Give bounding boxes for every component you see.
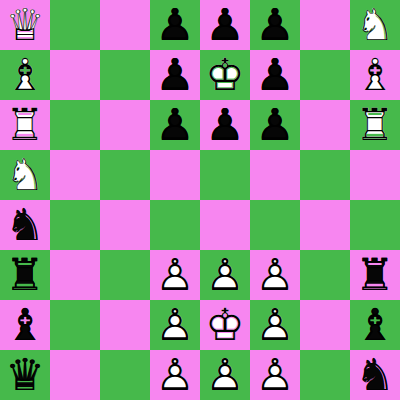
black-rook[interactable]: ♜♖ xyxy=(0,250,50,300)
piece-outline-glyph: ♙ xyxy=(250,300,300,350)
square-c5[interactable] xyxy=(100,150,150,200)
square-h4[interactable] xyxy=(350,200,400,250)
square-h8[interactable]: ♞♘ xyxy=(350,0,400,50)
white-pawn[interactable]: ♟♙ xyxy=(250,350,300,400)
square-h5[interactable] xyxy=(350,150,400,200)
square-d5[interactable] xyxy=(150,150,200,200)
square-f6[interactable]: ♟♙ xyxy=(250,100,300,150)
square-a7[interactable]: ♝♗ xyxy=(0,50,50,100)
square-b3[interactable] xyxy=(50,250,100,300)
square-c4[interactable] xyxy=(100,200,150,250)
black-pawn[interactable]: ♟♙ xyxy=(150,50,200,100)
square-f1[interactable]: ♟♙ xyxy=(250,350,300,400)
piece-outline-glyph: ♙ xyxy=(250,0,300,50)
square-b7[interactable] xyxy=(50,50,100,100)
square-e2[interactable]: ♚♔ xyxy=(200,300,250,350)
white-king[interactable]: ♚♔ xyxy=(200,300,250,350)
piece-outline-glyph: ♙ xyxy=(150,300,200,350)
square-a1[interactable]: ♛♕ xyxy=(0,350,50,400)
white-knight[interactable]: ♞♘ xyxy=(0,150,50,200)
square-c8[interactable] xyxy=(100,0,150,50)
square-f8[interactable]: ♟♙ xyxy=(250,0,300,50)
square-f2[interactable]: ♟♙ xyxy=(250,300,300,350)
piece-outline-glyph: ♙ xyxy=(150,350,200,400)
square-g8[interactable] xyxy=(300,0,350,50)
piece-outline-glyph: ♙ xyxy=(200,250,250,300)
square-e8[interactable]: ♟♙ xyxy=(200,0,250,50)
black-pawn[interactable]: ♟♙ xyxy=(200,0,250,50)
square-h2[interactable]: ♝♗ xyxy=(350,300,400,350)
white-pawn[interactable]: ♟♙ xyxy=(150,300,200,350)
square-d6[interactable]: ♟♙ xyxy=(150,100,200,150)
square-c2[interactable] xyxy=(100,300,150,350)
square-b5[interactable] xyxy=(50,150,100,200)
piece-outline-glyph: ♙ xyxy=(200,0,250,50)
square-d1[interactable]: ♟♙ xyxy=(150,350,200,400)
square-d2[interactable]: ♟♙ xyxy=(150,300,200,350)
piece-outline-glyph: ♙ xyxy=(150,0,200,50)
piece-outline-glyph: ♖ xyxy=(0,100,50,150)
piece-outline-glyph: ♖ xyxy=(350,250,400,300)
black-pawn[interactable]: ♟♙ xyxy=(200,100,250,150)
piece-outline-glyph: ♖ xyxy=(0,250,50,300)
square-b8[interactable] xyxy=(50,0,100,50)
black-pawn[interactable]: ♟♙ xyxy=(150,100,200,150)
white-pawn[interactable]: ♟♙ xyxy=(150,350,200,400)
piece-outline-glyph: ♔ xyxy=(200,300,250,350)
piece-outline-glyph: ♖ xyxy=(350,100,400,150)
white-pawn[interactable]: ♟♙ xyxy=(250,300,300,350)
square-c7[interactable] xyxy=(100,50,150,100)
white-knight[interactable]: ♞♘ xyxy=(350,0,400,50)
piece-outline-glyph: ♗ xyxy=(0,50,50,100)
white-king[interactable]: ♚♔ xyxy=(200,50,250,100)
white-pawn[interactable]: ♟♙ xyxy=(200,350,250,400)
white-pawn[interactable]: ♟♙ xyxy=(200,250,250,300)
square-f7[interactable]: ♟♙ xyxy=(250,50,300,100)
piece-outline-glyph: ♙ xyxy=(150,50,200,100)
square-a8[interactable]: ♛♕ xyxy=(0,0,50,50)
white-rook[interactable]: ♜♖ xyxy=(350,100,400,150)
piece-outline-glyph: ♗ xyxy=(0,300,50,350)
piece-outline-glyph: ♙ xyxy=(250,250,300,300)
black-pawn[interactable]: ♟♙ xyxy=(250,0,300,50)
black-bishop[interactable]: ♝♗ xyxy=(350,300,400,350)
square-g1[interactable] xyxy=(300,350,350,400)
square-d8[interactable]: ♟♙ xyxy=(150,0,200,50)
piece-outline-glyph: ♔ xyxy=(200,50,250,100)
piece-outline-glyph: ♙ xyxy=(150,100,200,150)
square-e6[interactable]: ♟♙ xyxy=(200,100,250,150)
piece-outline-glyph: ♙ xyxy=(250,100,300,150)
piece-outline-glyph: ♗ xyxy=(350,50,400,100)
square-h7[interactable]: ♝♗ xyxy=(350,50,400,100)
white-bishop[interactable]: ♝♗ xyxy=(350,50,400,100)
piece-outline-glyph: ♙ xyxy=(150,250,200,300)
piece-outline-glyph: ♘ xyxy=(350,350,400,400)
piece-outline-glyph: ♘ xyxy=(350,0,400,50)
square-d7[interactable]: ♟♙ xyxy=(150,50,200,100)
square-c1[interactable] xyxy=(100,350,150,400)
square-b2[interactable] xyxy=(50,300,100,350)
square-a5[interactable]: ♞♘ xyxy=(0,150,50,200)
square-g4[interactable] xyxy=(300,200,350,250)
square-e7[interactable]: ♚♔ xyxy=(200,50,250,100)
black-pawn[interactable]: ♟♙ xyxy=(150,0,200,50)
chess-board: ♛♕♟♙♟♙♟♙♞♘♝♗♟♙♚♔♟♙♝♗♜♖♟♙♟♙♟♙♜♖♞♘♞♘♜♖♟♙♟♙… xyxy=(0,0,400,400)
square-e5[interactable] xyxy=(200,150,250,200)
piece-outline-glyph: ♘ xyxy=(0,150,50,200)
piece-outline-glyph: ♙ xyxy=(200,100,250,150)
piece-outline-glyph: ♕ xyxy=(0,350,50,400)
black-rook[interactable]: ♜♖ xyxy=(350,250,400,300)
white-pawn[interactable]: ♟♙ xyxy=(150,250,200,300)
square-g5[interactable] xyxy=(300,150,350,200)
square-c6[interactable] xyxy=(100,100,150,150)
black-bishop[interactable]: ♝♗ xyxy=(0,300,50,350)
square-e1[interactable]: ♟♙ xyxy=(200,350,250,400)
square-d4[interactable] xyxy=(150,200,200,250)
square-b1[interactable] xyxy=(50,350,100,400)
piece-outline-glyph: ♕ xyxy=(0,0,50,50)
piece-outline-glyph: ♙ xyxy=(250,50,300,100)
square-h6[interactable]: ♜♖ xyxy=(350,100,400,150)
black-queen[interactable]: ♛♕ xyxy=(0,350,50,400)
black-pawn[interactable]: ♟♙ xyxy=(250,100,300,150)
piece-outline-glyph: ♗ xyxy=(350,300,400,350)
square-a6[interactable]: ♜♖ xyxy=(0,100,50,150)
square-h1[interactable]: ♞♘ xyxy=(350,350,400,400)
square-a2[interactable]: ♝♗ xyxy=(0,300,50,350)
square-d3[interactable]: ♟♙ xyxy=(150,250,200,300)
square-g7[interactable] xyxy=(300,50,350,100)
square-g6[interactable] xyxy=(300,100,350,150)
square-c3[interactable] xyxy=(100,250,150,300)
square-g2[interactable] xyxy=(300,300,350,350)
white-pawn[interactable]: ♟♙ xyxy=(250,250,300,300)
square-a3[interactable]: ♜♖ xyxy=(0,250,50,300)
black-knight[interactable]: ♞♘ xyxy=(350,350,400,400)
square-g3[interactable] xyxy=(300,250,350,300)
square-e4[interactable] xyxy=(200,200,250,250)
square-f4[interactable] xyxy=(250,200,300,250)
white-rook[interactable]: ♜♖ xyxy=(0,100,50,150)
white-queen[interactable]: ♛♕ xyxy=(0,0,50,50)
square-b6[interactable] xyxy=(50,100,100,150)
black-pawn[interactable]: ♟♙ xyxy=(250,50,300,100)
square-e3[interactable]: ♟♙ xyxy=(200,250,250,300)
piece-outline-glyph: ♙ xyxy=(200,350,250,400)
white-bishop[interactable]: ♝♗ xyxy=(0,50,50,100)
square-f5[interactable] xyxy=(250,150,300,200)
square-h3[interactable]: ♜♖ xyxy=(350,250,400,300)
square-b4[interactable] xyxy=(50,200,100,250)
piece-outline-glyph: ♘ xyxy=(0,200,50,250)
piece-outline-glyph: ♙ xyxy=(250,350,300,400)
square-a4[interactable]: ♞♘ xyxy=(0,200,50,250)
square-f3[interactable]: ♟♙ xyxy=(250,250,300,300)
chess-board-container: ♛♕♟♙♟♙♟♙♞♘♝♗♟♙♚♔♟♙♝♗♜♖♟♙♟♙♟♙♜♖♞♘♞♘♜♖♟♙♟♙… xyxy=(0,0,400,400)
black-knight[interactable]: ♞♘ xyxy=(0,200,50,250)
